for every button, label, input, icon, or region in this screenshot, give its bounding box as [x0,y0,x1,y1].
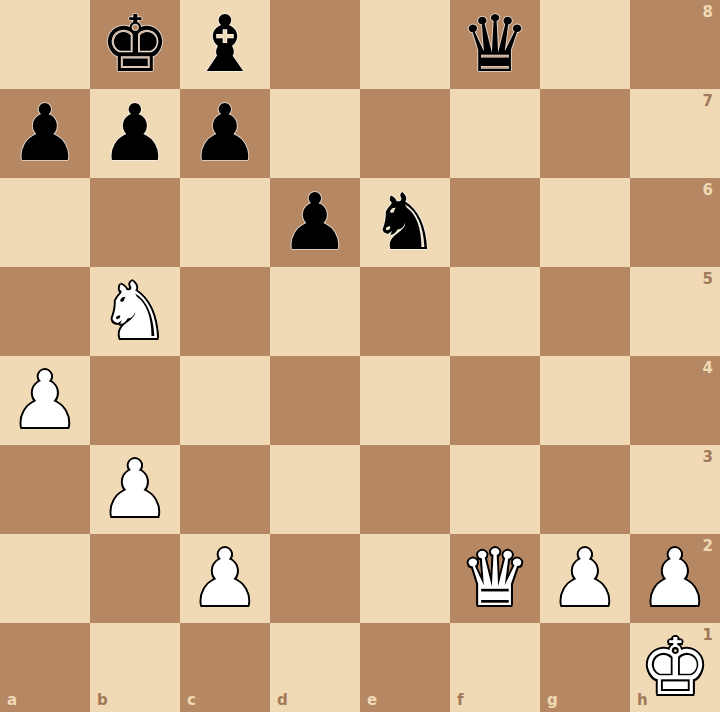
file-label-b: b [97,693,108,708]
square-a2[interactable] [0,534,90,623]
square-h5[interactable]: 5 [630,267,720,356]
square-b2[interactable] [90,534,180,623]
square-h7[interactable]: 7 [630,89,720,178]
square-c1[interactable]: c [180,623,270,712]
square-b8[interactable]: ♚ [90,0,180,89]
square-f6[interactable] [450,178,540,267]
square-c5[interactable] [180,267,270,356]
square-b7[interactable]: ♟ [90,89,180,178]
square-e3[interactable] [360,445,450,534]
square-a6[interactable] [0,178,90,267]
file-label-c: c [187,693,196,708]
rank-label-7: 7 [703,94,713,109]
black-queen-piece: ♛ [460,0,530,89]
black-knight-piece: ♞ [370,178,440,267]
square-e1[interactable]: e [360,623,450,712]
square-a4[interactable]: ♟ [0,356,90,445]
rank-label-2: 2 [703,539,713,554]
square-h1[interactable]: ♚h1 [630,623,720,712]
square-b4[interactable] [90,356,180,445]
square-c3[interactable] [180,445,270,534]
square-h6[interactable]: 6 [630,178,720,267]
square-g1[interactable]: g [540,623,630,712]
square-h2[interactable]: ♟2 [630,534,720,623]
square-a1[interactable]: a [0,623,90,712]
square-e6[interactable]: ♞ [360,178,450,267]
square-d2[interactable] [270,534,360,623]
square-h3[interactable]: 3 [630,445,720,534]
file-label-g: g [547,693,558,708]
chess-board: ♚♝♛8♟♟♟7♟♞6♞5♟4♟3♟♛♟♟2abcdefg♚h1 [0,0,720,712]
square-f1[interactable]: f [450,623,540,712]
rank-label-5: 5 [703,272,713,287]
square-g3[interactable] [540,445,630,534]
file-label-h: h [637,693,648,708]
file-label-a: a [7,693,17,708]
white-pawn-piece: ♟ [640,534,710,623]
rank-label-6: 6 [703,183,713,198]
square-d8[interactable] [270,0,360,89]
square-f4[interactable] [450,356,540,445]
square-f7[interactable] [450,89,540,178]
white-pawn-piece: ♟ [100,445,170,534]
square-b6[interactable] [90,178,180,267]
square-d3[interactable] [270,445,360,534]
white-pawn-piece: ♟ [190,534,260,623]
square-d7[interactable] [270,89,360,178]
square-h4[interactable]: 4 [630,356,720,445]
square-a3[interactable] [0,445,90,534]
rank-label-3: 3 [703,450,713,465]
square-d1[interactable]: d [270,623,360,712]
square-a5[interactable] [0,267,90,356]
square-b5[interactable]: ♞ [90,267,180,356]
black-pawn-piece: ♟ [100,89,170,178]
white-knight-piece: ♞ [100,267,170,356]
square-g7[interactable] [540,89,630,178]
square-g8[interactable] [540,0,630,89]
white-queen-piece: ♛ [460,534,530,623]
square-e8[interactable] [360,0,450,89]
square-d6[interactable]: ♟ [270,178,360,267]
square-f5[interactable] [450,267,540,356]
square-c6[interactable] [180,178,270,267]
black-pawn-piece: ♟ [10,89,80,178]
black-bishop-piece: ♝ [190,0,260,89]
white-pawn-piece: ♟ [10,356,80,445]
white-king-piece: ♚ [640,623,710,712]
square-b1[interactable]: b [90,623,180,712]
square-g5[interactable] [540,267,630,356]
square-e2[interactable] [360,534,450,623]
square-c2[interactable]: ♟ [180,534,270,623]
square-g4[interactable] [540,356,630,445]
square-d4[interactable] [270,356,360,445]
square-f2[interactable]: ♛ [450,534,540,623]
square-f8[interactable]: ♛ [450,0,540,89]
square-a7[interactable]: ♟ [0,89,90,178]
square-e5[interactable] [360,267,450,356]
square-d5[interactable] [270,267,360,356]
file-label-e: e [367,693,377,708]
square-f3[interactable] [450,445,540,534]
rank-label-1: 1 [703,628,713,643]
rank-label-4: 4 [703,361,713,376]
square-h8[interactable]: 8 [630,0,720,89]
square-a8[interactable] [0,0,90,89]
square-e4[interactable] [360,356,450,445]
square-b3[interactable]: ♟ [90,445,180,534]
white-pawn-piece: ♟ [550,534,620,623]
file-label-d: d [277,693,288,708]
square-c8[interactable]: ♝ [180,0,270,89]
square-c7[interactable]: ♟ [180,89,270,178]
black-king-piece: ♚ [100,0,170,89]
black-pawn-piece: ♟ [280,178,350,267]
black-pawn-piece: ♟ [190,89,260,178]
rank-label-8: 8 [703,5,713,20]
square-e7[interactable] [360,89,450,178]
square-c4[interactable] [180,356,270,445]
square-g2[interactable]: ♟ [540,534,630,623]
square-g6[interactable] [540,178,630,267]
file-label-f: f [457,693,464,708]
